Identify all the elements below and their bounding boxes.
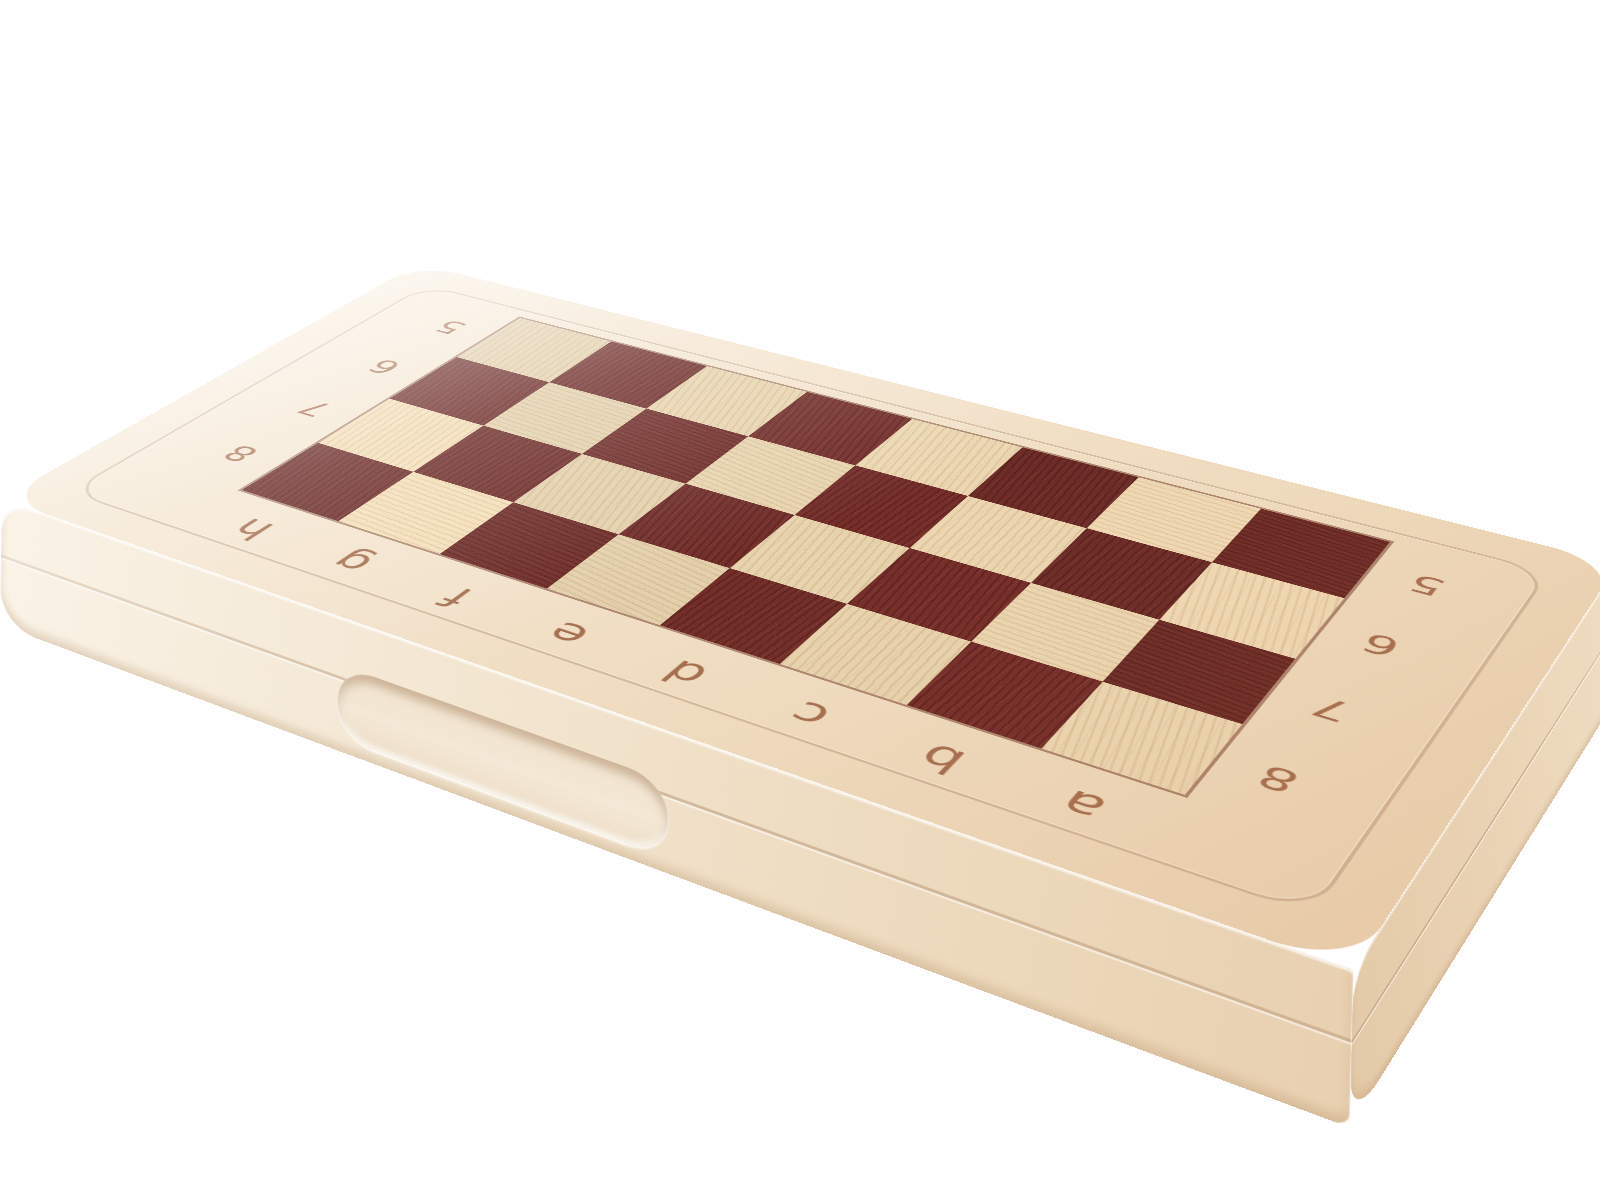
- scene: hgfedcba56785678: [0, 0, 1600, 1199]
